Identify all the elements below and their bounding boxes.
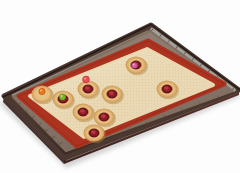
cookie-green-candy-topping [59,94,65,100]
cookie-red-ball-topping [83,76,90,83]
photo-scene [0,0,240,173]
cookie-orange-candy-topping [39,88,45,94]
cookie-pink-candy-topping [132,63,138,69]
baking-sheet-photo [0,0,240,173]
